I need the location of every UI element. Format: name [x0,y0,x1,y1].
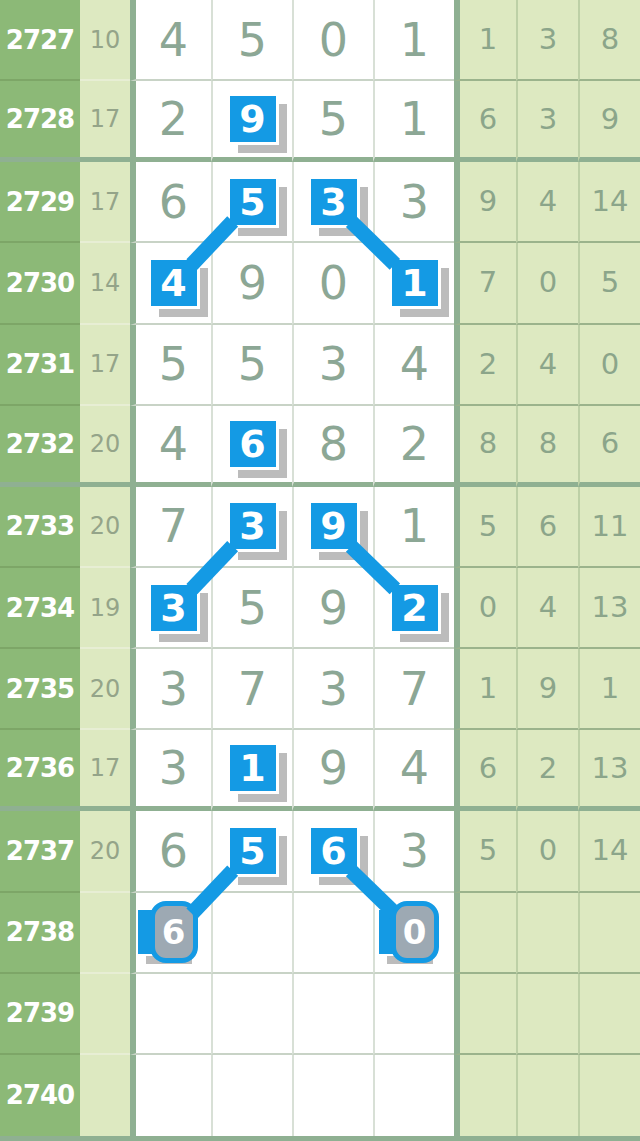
sum-cell: 10 [80,0,130,81]
draw-digit-cell: 4 [130,0,211,81]
digit-value: 9 [319,745,348,791]
table-row: 2740 [0,1055,640,1136]
stat-cell: 9 [454,162,516,243]
sum-cell: 20 [80,406,130,487]
digit-value: 5 [238,585,267,631]
period-cell: 2735 [0,649,80,730]
digit-value: 5 [238,17,267,63]
draw-digit-cell: 1 [373,0,454,81]
draw-digit-cell: 5 [211,325,292,406]
draw-digit-cell: 9 [211,81,292,162]
highlighted-digit-badge: 3 [151,585,197,631]
stat-cell [454,893,516,974]
digit-value: 2 [400,421,429,467]
draw-digit-cell: 2 [130,81,211,162]
draw-digit-cell: 1 [211,730,292,811]
draw-digit-cell: 9 [292,730,373,811]
draw-digit-cell: 4 [130,243,211,324]
highlighted-digit-badge: 1 [392,260,438,306]
stat-cell: 5 [454,487,516,568]
digit-value: 3 [400,828,429,874]
draw-digit-cell: 7 [211,649,292,730]
highlighted-digit-badge: 6 [230,421,276,467]
draw-digit-cell: 5 [211,0,292,81]
draw-digit-cell: 6 [130,162,211,243]
digit-value: 1 [400,503,429,549]
digit-value: 3 [159,666,188,712]
period-cell: 2733 [0,487,80,568]
draw-digit-cell: 3 [130,649,211,730]
sum-cell: 14 [80,243,130,324]
sum-cell [80,1055,130,1136]
draw-digit-cell: 3 [130,568,211,649]
stat-cell: 0 [516,243,578,324]
sum-cell: 17 [80,325,130,406]
highlighted-digit-badge: 5 [230,828,276,874]
digit-value: 4 [400,341,429,387]
sum-cell: 20 [80,487,130,568]
stat-cell: 6 [454,730,516,811]
stat-cell: 7 [454,243,516,324]
stat-cell: 0 [454,568,516,649]
highlighted-digit-badge: 1 [230,745,276,791]
period-cell: 2732 [0,406,80,487]
highlighted-digit-badge: 5 [230,179,276,225]
digit-value: 3 [319,341,348,387]
stat-cell [516,974,578,1055]
draw-digit-cell: 3 [211,487,292,568]
stat-cell: 13 [578,568,640,649]
draw-digit-cell: 2 [373,568,454,649]
draw-digit-cell: 5 [211,568,292,649]
highlighted-digit-badge: 4 [151,260,197,306]
period-cell: 2739 [0,974,80,1055]
chart-rows: 2727 10 4501138 2728 17 2951639 2729 17 … [0,0,640,1136]
digit-value: 9 [238,260,267,306]
stat-cell: 14 [578,162,640,243]
draw-digit-cell: 1 [373,487,454,568]
period-cell: 2730 [0,243,80,324]
stat-cell [454,974,516,1055]
pending-digit-value: 6 [150,901,198,963]
stat-cell: 9 [578,81,640,162]
draw-digit-cell: 9 [292,568,373,649]
stat-cell: 13 [578,730,640,811]
digit-value: 3 [319,666,348,712]
digit-value: 5 [319,96,348,142]
draw-digit-cell: 2 [373,406,454,487]
stat-cell [516,1055,578,1136]
period-cell: 2731 [0,325,80,406]
stat-cell: 6 [516,487,578,568]
stat-cell: 2 [454,325,516,406]
stat-cell [578,893,640,974]
period-cell: 2728 [0,81,80,162]
sum-cell: 17 [80,81,130,162]
highlighted-digit-badge: 2 [392,585,438,631]
period-cell: 2738 [0,893,80,974]
pending-digit-value: 0 [391,901,439,963]
pending-digit-badge: 0 [391,901,439,963]
draw-digit-cell: 5 [211,811,292,892]
draw-digit-cell: 8 [292,406,373,487]
draw-digit-cell: 5 [292,81,373,162]
digit-value: 7 [159,503,188,549]
stat-cell: 1 [578,649,640,730]
stat-cell: 8 [454,406,516,487]
stat-cell: 6 [578,406,640,487]
draw-digit-cell [373,974,454,1055]
draw-digit-cell: 7 [373,649,454,730]
digit-value: 9 [319,585,348,631]
stat-cell [454,1055,516,1136]
draw-digit-cell [292,974,373,1055]
period-cell: 2727 [0,0,80,81]
period-cell: 2740 [0,1055,80,1136]
draw-digit-cell: 3 [292,162,373,243]
highlighted-digit-badge: 9 [311,503,357,549]
sum-cell: 20 [80,811,130,892]
stat-cell: 4 [516,325,578,406]
digit-value: 6 [159,828,188,874]
stat-cell: 0 [578,325,640,406]
draw-digit-cell [373,1055,454,1136]
digit-value: 6 [159,179,188,225]
stat-cell: 9 [516,649,578,730]
table-row: 2737 20 65635014 [0,811,640,892]
stat-cell: 5 [578,243,640,324]
draw-digit-cell: 9 [211,243,292,324]
table-row: 2733 20 73915611 [0,487,640,568]
draw-digit-cell [292,893,373,974]
stat-cell: 4 [516,568,578,649]
highlighted-digit-badge: 3 [230,503,276,549]
period-cell: 2734 [0,568,80,649]
stat-cell [578,974,640,1055]
draw-digit-cell [211,893,292,974]
draw-digit-cell: 3 [292,325,373,406]
table-row: 2731 17 5534240 [0,325,640,406]
table-row: 2739 [0,974,640,1055]
stat-cell: 3 [516,0,578,81]
digit-value: 1 [400,96,429,142]
table-row: 2738 60 [0,893,640,974]
draw-digit-cell [130,1055,211,1136]
digit-value: 0 [319,17,348,63]
draw-digit-cell: 5 [211,162,292,243]
stat-cell: 0 [516,811,578,892]
stat-cell: 14 [578,811,640,892]
digit-value: 4 [159,17,188,63]
draw-digit-cell: 5 [130,325,211,406]
digit-value: 4 [159,421,188,467]
digit-value: 2 [159,96,188,142]
period-cell: 2736 [0,730,80,811]
pending-digit-badge: 6 [150,901,198,963]
stat-cell: 11 [578,487,640,568]
stat-cell [578,1055,640,1136]
draw-digit-cell: 7 [130,487,211,568]
sum-cell: 19 [80,568,130,649]
digit-value: 4 [400,745,429,791]
draw-digit-cell [292,1055,373,1136]
lottery-trend-chart[interactable]: 2727 10 4501138 2728 17 2951639 2729 17 … [0,0,640,1141]
table-row: 2734 19 35920413 [0,568,640,649]
draw-digit-cell: 6 [130,893,211,974]
draw-digit-cell: 6 [292,811,373,892]
draw-digit-cell: 4 [373,730,454,811]
table-row: 2735 20 3737191 [0,649,640,730]
draw-digit-cell: 0 [292,243,373,324]
sum-cell: 17 [80,162,130,243]
highlighted-digit-badge: 6 [311,828,357,874]
draw-digit-cell: 0 [292,0,373,81]
table-row: 2736 17 31946213 [0,730,640,811]
stat-cell: 5 [454,811,516,892]
sum-cell: 20 [80,649,130,730]
draw-digit-cell [211,974,292,1055]
digit-value: 3 [400,179,429,225]
period-cell: 2729 [0,162,80,243]
sum-cell: 17 [80,730,130,811]
table-row: 2729 17 65339414 [0,162,640,243]
draw-digit-cell: 4 [130,406,211,487]
draw-digit-cell: 3 [373,162,454,243]
digit-value: 5 [159,341,188,387]
draw-digit-cell: 3 [373,811,454,892]
digit-value: 7 [400,666,429,712]
table-row: 2730 14 4901705 [0,243,640,324]
table-row: 2727 10 4501138 [0,0,640,81]
stat-cell: 8 [516,406,578,487]
table-row: 2732 20 4682886 [0,406,640,487]
sum-cell [80,893,130,974]
digit-value: 7 [238,666,267,712]
highlighted-digit-badge: 3 [311,179,357,225]
draw-digit-cell: 3 [130,730,211,811]
stat-cell: 1 [454,649,516,730]
draw-digit-cell: 1 [373,243,454,324]
digit-value: 1 [400,17,429,63]
draw-digit-cell: 4 [373,325,454,406]
digit-value: 8 [319,421,348,467]
digit-value: 0 [319,260,348,306]
stat-cell: 1 [454,0,516,81]
stat-cell: 8 [578,0,640,81]
draw-digit-cell: 1 [373,81,454,162]
period-cell: 2737 [0,811,80,892]
digit-value: 5 [238,341,267,387]
sum-cell [80,974,130,1055]
draw-digit-cell: 9 [292,487,373,568]
stat-cell [516,893,578,974]
stat-cell: 3 [516,81,578,162]
draw-digit-cell: 3 [292,649,373,730]
draw-digit-cell [130,974,211,1055]
digit-value: 3 [159,745,188,791]
stat-cell: 6 [454,81,516,162]
draw-digit-cell [211,1055,292,1136]
stat-cell: 4 [516,162,578,243]
highlighted-digit-badge: 9 [230,96,276,142]
draw-digit-cell: 6 [211,406,292,487]
draw-digit-cell: 6 [130,811,211,892]
table-row: 2728 17 2951639 [0,81,640,162]
draw-digit-cell: 0 [373,893,454,974]
stat-cell: 2 [516,730,578,811]
